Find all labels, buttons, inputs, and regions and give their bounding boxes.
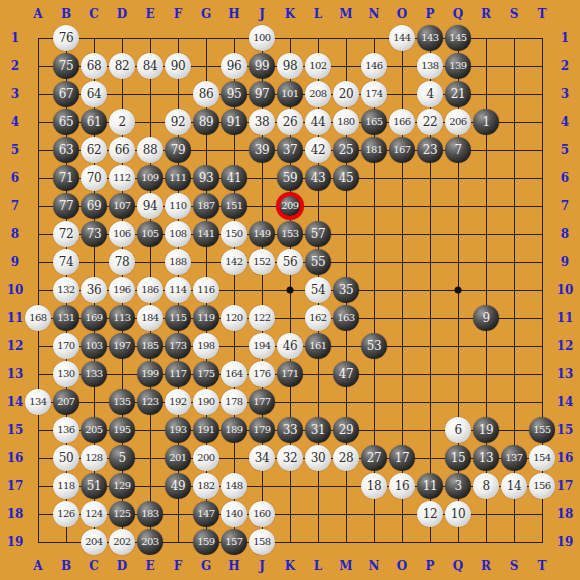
stone-O1[interactable]: 144 [389,25,415,51]
move-number: 174 [365,89,382,99]
stone-H17[interactable]: 148 [221,473,247,499]
stone-B18[interactable]: 126 [53,501,79,527]
stone-J16[interactable]: 34 [249,445,275,471]
column-label-bottom-C: C [89,559,99,573]
stone-F6[interactable]: 111 [165,165,191,191]
column-label-bottom-R: R [481,559,491,573]
row-label-right-12: 12 [557,339,574,353]
move-number: 92 [171,116,185,128]
move-number: 123 [141,397,158,407]
move-number: 93 [199,172,213,184]
stone-R17[interactable]: 8 [473,473,499,499]
stone-G12[interactable]: 198 [193,333,219,359]
stone-G18[interactable]: 147 [193,501,219,527]
move-number: 43 [311,172,325,184]
stone-T15[interactable]: 155 [529,417,555,443]
column-label-top-B: B [61,7,71,21]
row-label-left-12: 12 [7,339,24,353]
stone-F16[interactable]: 201 [165,445,191,471]
stone-F9[interactable]: 188 [165,249,191,275]
stone-B14[interactable]: 207 [53,389,79,415]
stone-K15[interactable]: 33 [277,417,303,443]
move-number: 144 [393,33,410,43]
stone-B3[interactable]: 67 [53,81,79,107]
stone-D9[interactable]: 78 [109,249,135,275]
stone-B8[interactable]: 72 [53,221,79,247]
stone-H11[interactable]: 120 [221,305,247,331]
stone-E19[interactable]: 203 [137,529,163,555]
move-number: 2 [118,116,125,128]
move-number: 203 [141,537,158,547]
move-number: 72 [59,228,73,240]
stone-H13[interactable]: 164 [221,361,247,387]
stone-P1[interactable]: 143 [417,25,443,51]
move-number: 163 [337,313,354,323]
stone-J14[interactable]: 177 [249,389,275,415]
stone-F11[interactable]: 115 [165,305,191,331]
stone-G6[interactable]: 93 [193,165,219,191]
stone-D17[interactable]: 129 [109,473,135,499]
stone-B11[interactable]: 131 [53,305,79,331]
move-number: 141 [197,229,214,239]
move-number: 185 [141,341,158,351]
star-point [455,287,462,294]
move-number: 177 [253,397,270,407]
column-label-top-E: E [145,7,154,21]
stone-K6[interactable]: 59 [277,165,303,191]
move-number: 166 [393,117,410,127]
move-number: 147 [197,509,214,519]
stone-O4[interactable]: 166 [389,109,415,135]
stone-L4[interactable]: 44 [305,109,331,135]
stone-B5[interactable]: 63 [53,137,79,163]
stone-H14[interactable]: 178 [221,389,247,415]
column-label-top-C: C [89,7,99,21]
stone-G13[interactable]: 175 [193,361,219,387]
row-label-right-19: 19 [557,535,574,549]
stone-O17[interactable]: 16 [389,473,415,499]
stone-B10[interactable]: 132 [53,277,79,303]
stone-H3[interactable]: 95 [221,81,247,107]
move-number: 197 [113,341,130,351]
stone-C2[interactable]: 68 [81,53,107,79]
row-label-left-9: 9 [11,255,19,269]
move-number: 200 [197,453,214,463]
move-number: 5 [118,452,125,464]
stone-R4[interactable]: 1 [473,109,499,135]
stone-J11[interactable]: 122 [249,305,275,331]
stone-G10[interactable]: 116 [193,277,219,303]
stone-M11[interactable]: 163 [333,305,359,331]
stone-H7[interactable]: 151 [221,193,247,219]
move-number: 39 [255,144,269,156]
move-number: 91 [227,116,241,128]
row-label-right-1: 1 [561,31,569,45]
move-number: 34 [255,452,269,464]
stone-F2[interactable]: 90 [165,53,191,79]
stone-J8[interactable]: 149 [249,221,275,247]
move-number: 10 [451,508,465,520]
stone-G7[interactable]: 187 [193,193,219,219]
stone-D11[interactable]: 113 [109,305,135,331]
move-number: 169 [85,313,102,323]
stone-P4[interactable]: 22 [417,109,443,135]
stone-C8[interactable]: 73 [81,221,107,247]
stone-E8[interactable]: 105 [137,221,163,247]
stone-H19[interactable]: 157 [221,529,247,555]
move-number: 67 [59,88,73,100]
stone-M16[interactable]: 28 [333,445,359,471]
stone-M6[interactable]: 45 [333,165,359,191]
stone-E18[interactable]: 183 [137,501,163,527]
stone-K5[interactable]: 37 [277,137,303,163]
stone-A11[interactable]: 168 [25,305,51,331]
stone-F15[interactable]: 193 [165,417,191,443]
column-label-top-G: G [201,7,211,21]
stone-G11[interactable]: 119 [193,305,219,331]
stone-Q18[interactable]: 10 [445,501,471,527]
stone-G3[interactable]: 86 [193,81,219,107]
move-number: 37 [283,144,297,156]
stone-N17[interactable]: 18 [361,473,387,499]
stone-H4[interactable]: 91 [221,109,247,135]
stone-F4[interactable]: 92 [165,109,191,135]
stone-B4[interactable]: 65 [53,109,79,135]
stone-K16[interactable]: 32 [277,445,303,471]
stone-M13[interactable]: 47 [333,361,359,387]
move-number: 158 [253,537,270,547]
stone-C15[interactable]: 205 [81,417,107,443]
move-number: 29 [339,424,353,436]
move-number: 102 [309,61,326,71]
row-label-right-9: 9 [561,255,569,269]
stone-F8[interactable]: 108 [165,221,191,247]
stone-B9[interactable]: 74 [53,249,79,275]
stone-H2[interactable]: 96 [221,53,247,79]
stone-E10[interactable]: 186 [137,277,163,303]
stone-G17[interactable]: 182 [193,473,219,499]
move-number: 12 [423,508,437,520]
stone-K4[interactable]: 26 [277,109,303,135]
stone-D5[interactable]: 66 [109,137,135,163]
stone-D16[interactable]: 5 [109,445,135,471]
stone-P18[interactable]: 12 [417,501,443,527]
stone-D4[interactable]: 2 [109,109,135,135]
stone-last-move-K7[interactable]: 209 [276,192,304,220]
stone-J2[interactable]: 99 [249,53,275,79]
row-label-left-5: 5 [11,143,19,157]
stone-B13[interactable]: 130 [53,361,79,387]
move-number: 116 [197,285,214,295]
column-label-top-F: F [174,7,183,21]
move-number: 149 [253,229,270,239]
stone-P2[interactable]: 138 [417,53,443,79]
stone-M3[interactable]: 20 [333,81,359,107]
column-label-bottom-F: F [174,559,183,573]
stone-N4[interactable]: 165 [361,109,387,135]
stone-L5[interactable]: 42 [305,137,331,163]
stone-C11[interactable]: 169 [81,305,107,331]
stone-R16[interactable]: 13 [473,445,499,471]
stone-R15[interactable]: 19 [473,417,499,443]
move-number: 25 [339,144,353,156]
move-number: 192 [169,397,186,407]
stone-K2[interactable]: 98 [277,53,303,79]
stone-F5[interactable]: 79 [165,137,191,163]
stone-J3[interactable]: 97 [249,81,275,107]
stone-K13[interactable]: 171 [277,361,303,387]
stone-E6[interactable]: 109 [137,165,163,191]
stone-C3[interactable]: 64 [81,81,107,107]
move-number: 57 [311,228,325,240]
stone-H18[interactable]: 140 [221,501,247,527]
row-label-right-3: 3 [561,87,569,101]
stone-B6[interactable]: 71 [53,165,79,191]
column-label-bottom-P: P [425,559,434,573]
stone-E5[interactable]: 88 [137,137,163,163]
move-number: 30 [311,452,325,464]
row-label-left-15: 15 [7,423,24,437]
stone-Q16[interactable]: 15 [445,445,471,471]
stone-K12[interactable]: 46 [277,333,303,359]
move-number: 100 [253,33,270,43]
move-number: 18 [367,480,381,492]
stone-D15[interactable]: 195 [109,417,135,443]
stone-N3[interactable]: 174 [361,81,387,107]
stone-L6[interactable]: 43 [305,165,331,191]
row-label-right-18: 18 [557,507,574,521]
stone-A14[interactable]: 134 [25,389,51,415]
move-number: 19 [479,424,493,436]
move-number: 45 [339,172,353,184]
stone-E14[interactable]: 123 [137,389,163,415]
move-number: 134 [29,397,46,407]
stone-P17[interactable]: 11 [417,473,443,499]
stone-N5[interactable]: 181 [361,137,387,163]
stone-M10[interactable]: 35 [333,277,359,303]
move-number: 27 [367,452,381,464]
row-label-right-17: 17 [557,479,574,493]
stone-H15[interactable]: 189 [221,417,247,443]
move-number: 120 [225,313,242,323]
move-number: 28 [339,452,353,464]
stone-C6[interactable]: 70 [81,165,107,191]
stone-G19[interactable]: 159 [193,529,219,555]
row-label-left-13: 13 [7,367,24,381]
move-number: 114 [169,285,186,295]
row-label-right-7: 7 [561,199,569,213]
move-number: 126 [57,509,74,519]
move-number: 167 [393,145,410,155]
stone-T17[interactable]: 156 [529,473,555,499]
stone-D7[interactable]: 107 [109,193,135,219]
move-number: 125 [113,509,130,519]
stone-N16[interactable]: 27 [361,445,387,471]
stone-R11[interactable]: 9 [473,305,499,331]
stone-F17[interactable]: 49 [165,473,191,499]
stone-J4[interactable]: 38 [249,109,275,135]
stone-Q17[interactable]: 3 [445,473,471,499]
move-number: 142 [225,257,242,267]
stone-M15[interactable]: 29 [333,417,359,443]
stone-C18[interactable]: 124 [81,501,107,527]
move-number: 156 [533,481,550,491]
stone-S17[interactable]: 14 [501,473,527,499]
stone-D19[interactable]: 202 [109,529,135,555]
stone-F12[interactable]: 173 [165,333,191,359]
stone-P5[interactable]: 23 [417,137,443,163]
stone-P3[interactable]: 4 [417,81,443,107]
row-label-left-1: 1 [11,31,19,45]
stone-H9[interactable]: 142 [221,249,247,275]
stone-E11[interactable]: 184 [137,305,163,331]
stone-L12[interactable]: 161 [305,333,331,359]
stone-Q15[interactable]: 6 [445,417,471,443]
stone-E2[interactable]: 84 [137,53,163,79]
stone-K3[interactable]: 101 [277,81,303,107]
stone-Q5[interactable]: 7 [445,137,471,163]
stone-B12[interactable]: 170 [53,333,79,359]
stone-L8[interactable]: 57 [305,221,331,247]
stone-S16[interactable]: 137 [501,445,527,471]
row-label-left-4: 4 [11,115,19,129]
move-number: 152 [253,257,270,267]
column-label-bottom-T: T [538,559,547,573]
stone-E7[interactable]: 94 [137,193,163,219]
row-label-right-2: 2 [561,59,569,73]
move-number: 130 [57,369,74,379]
stone-D2[interactable]: 82 [109,53,135,79]
stone-L11[interactable]: 162 [305,305,331,331]
stone-F14[interactable]: 192 [165,389,191,415]
stone-L10[interactable]: 54 [305,277,331,303]
stone-D8[interactable]: 106 [109,221,135,247]
stone-B7[interactable]: 77 [53,193,79,219]
stone-L15[interactable]: 31 [305,417,331,443]
stone-G8[interactable]: 141 [193,221,219,247]
stone-D14[interactable]: 135 [109,389,135,415]
stone-J12[interactable]: 194 [249,333,275,359]
stone-Q2[interactable]: 139 [445,53,471,79]
stone-J18[interactable]: 160 [249,501,275,527]
stone-F10[interactable]: 114 [165,277,191,303]
stone-J5[interactable]: 39 [249,137,275,163]
row-label-left-10: 10 [7,283,24,297]
stone-E12[interactable]: 185 [137,333,163,359]
move-number: 88 [143,144,157,156]
stone-B16[interactable]: 50 [53,445,79,471]
stone-Q1[interactable]: 145 [445,25,471,51]
move-number: 153 [281,229,298,239]
stone-F7[interactable]: 110 [165,193,191,219]
stone-C13[interactable]: 133 [81,361,107,387]
stone-C17[interactable]: 51 [81,473,107,499]
stone-B17[interactable]: 118 [53,473,79,499]
stone-G4[interactable]: 89 [193,109,219,135]
stone-C12[interactable]: 103 [81,333,107,359]
move-number: 118 [57,481,74,491]
move-number: 198 [197,341,214,351]
stone-D6[interactable]: 112 [109,165,135,191]
stone-J1[interactable]: 100 [249,25,275,51]
stone-C16[interactable]: 128 [81,445,107,471]
stone-G15[interactable]: 191 [193,417,219,443]
stone-L9[interactable]: 55 [305,249,331,275]
stone-Q3[interactable]: 21 [445,81,471,107]
move-number: 179 [253,425,270,435]
move-number: 69 [87,200,101,212]
stone-H8[interactable]: 150 [221,221,247,247]
stone-C19[interactable]: 204 [81,529,107,555]
move-number: 187 [197,201,214,211]
stone-T16[interactable]: 154 [529,445,555,471]
move-number: 68 [87,60,101,72]
stone-L3[interactable]: 208 [305,81,331,107]
stone-C7[interactable]: 69 [81,193,107,219]
move-number: 11 [423,480,437,492]
stone-C5[interactable]: 62 [81,137,107,163]
move-number: 6 [454,424,461,436]
stone-M4[interactable]: 180 [333,109,359,135]
stone-J9[interactable]: 152 [249,249,275,275]
move-number: 13 [479,452,493,464]
move-number: 196 [113,285,130,295]
stone-G16[interactable]: 200 [193,445,219,471]
stone-B2[interactable]: 75 [53,53,79,79]
move-number: 188 [169,257,186,267]
stone-M5[interactable]: 25 [333,137,359,163]
stone-D18[interactable]: 125 [109,501,135,527]
move-number: 162 [309,313,326,323]
move-number: 21 [451,88,465,100]
stone-L2[interactable]: 102 [305,53,331,79]
stone-F13[interactable]: 117 [165,361,191,387]
move-number: 113 [113,313,130,323]
stone-J15[interactable]: 179 [249,417,275,443]
stone-L16[interactable]: 30 [305,445,331,471]
move-number: 7 [454,144,461,156]
row-label-right-5: 5 [561,143,569,157]
move-number: 64 [87,88,101,100]
star-point [287,287,294,294]
stone-Q4[interactable]: 206 [445,109,471,135]
stone-J13[interactable]: 176 [249,361,275,387]
stone-E13[interactable]: 199 [137,361,163,387]
stone-C10[interactable]: 36 [81,277,107,303]
move-number: 82 [115,60,129,72]
stone-D12[interactable]: 197 [109,333,135,359]
stone-N12[interactable]: 53 [361,333,387,359]
move-number: 173 [169,341,186,351]
stone-O5[interactable]: 167 [389,137,415,163]
stone-K9[interactable]: 56 [277,249,303,275]
stone-N2[interactable]: 146 [361,53,387,79]
stone-B1[interactable]: 76 [53,25,79,51]
move-number: 175 [197,369,214,379]
move-number: 157 [225,537,242,547]
stone-H6[interactable]: 41 [221,165,247,191]
stone-B15[interactable]: 136 [53,417,79,443]
stone-J19[interactable]: 158 [249,529,275,555]
stone-G14[interactable]: 190 [193,389,219,415]
move-number: 161 [309,341,326,351]
stone-C4[interactable]: 61 [81,109,107,135]
move-number: 128 [85,453,102,463]
stone-D10[interactable]: 196 [109,277,135,303]
stone-O16[interactable]: 17 [389,445,415,471]
go-board[interactable]: AABBCCDDEEFFGGHHJJKKLLMMNNOOPPQQRRSSTT11… [0,0,580,580]
stone-K8[interactable]: 153 [277,221,303,247]
